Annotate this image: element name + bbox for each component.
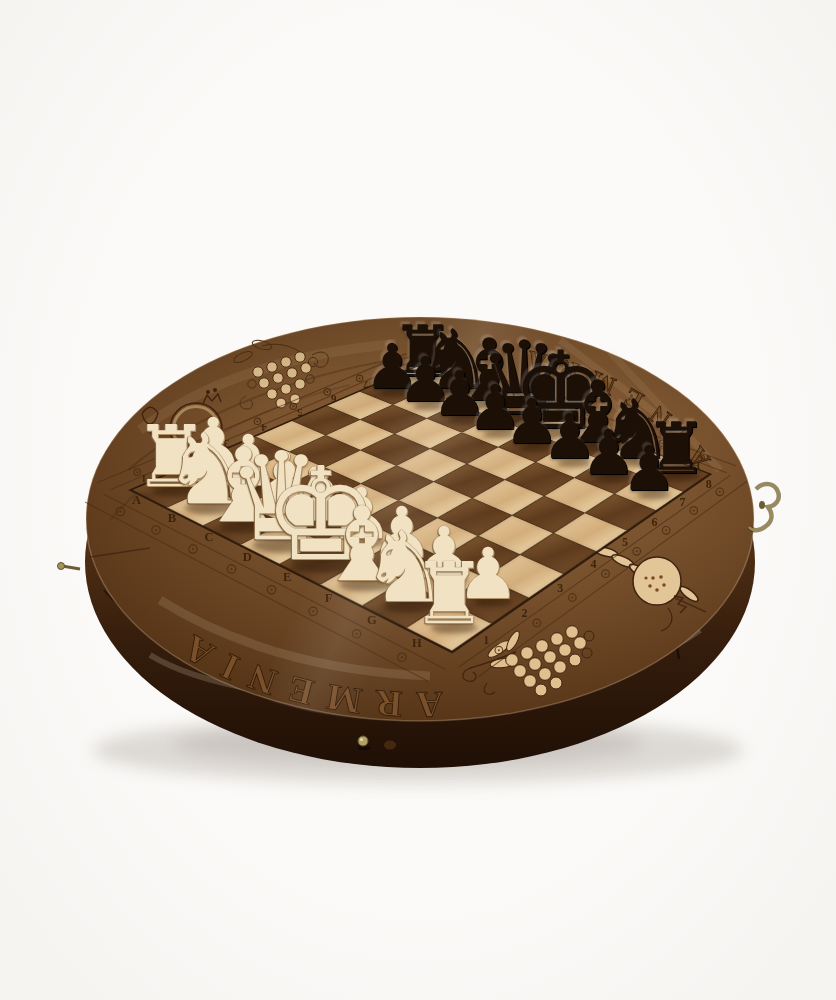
brass-pin-left xyxy=(58,563,81,570)
piece-white-rook-h1[interactable]: ♜ xyxy=(411,552,487,637)
rank-label-kingside-7: 7 xyxy=(679,495,685,509)
piece-black-pawn-h7[interactable]: ♟ xyxy=(621,439,676,501)
rank-label-kingside-3: 3 xyxy=(557,581,563,595)
rank-label-kingside-4: 4 xyxy=(591,557,597,571)
product-photo-stage: ARMENIA AINEMRA AABBCCDDEEFFGGHH11223344… xyxy=(0,0,836,1000)
rank-label-kingside-6: 6 xyxy=(652,515,658,529)
wood-foot-bump xyxy=(384,741,396,750)
rank-label-kingside-2: 2 xyxy=(521,606,527,620)
rank-label-kingside-5: 5 xyxy=(622,535,628,549)
